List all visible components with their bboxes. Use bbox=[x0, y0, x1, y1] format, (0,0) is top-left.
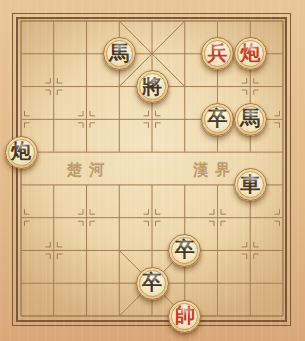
piece-face: 車 bbox=[237, 171, 264, 198]
piece-character: 車 bbox=[240, 174, 260, 194]
piece-black-file1-rank5[interactable]: 炮 bbox=[5, 136, 38, 169]
piece-face: 炮 bbox=[8, 139, 35, 166]
piece-face: 帥 bbox=[171, 303, 198, 330]
piece-character: 馬 bbox=[109, 43, 129, 63]
piece-black-file5-rank3[interactable]: 將 bbox=[136, 70, 169, 103]
piece-black-file6-rank8[interactable]: 卒 bbox=[168, 234, 201, 267]
piece-character: 帥 bbox=[175, 305, 195, 325]
piece-black-file7-rank4[interactable]: 卒 bbox=[201, 103, 234, 136]
river-label-right: 漢界 bbox=[193, 161, 237, 179]
piece-character: 兵 bbox=[208, 43, 228, 63]
piece-character: 卒 bbox=[208, 108, 228, 128]
piece-face: 兵 bbox=[204, 40, 231, 67]
piece-character: 炮 bbox=[11, 141, 31, 161]
xiangqi-board[interactable]: 楚河 漢界 馬兵炮將卒馬炮車卒卒帥 bbox=[0, 0, 305, 341]
river-label-left: 楚河 bbox=[67, 161, 111, 179]
piece-character: 馬 bbox=[240, 108, 260, 128]
piece-face: 將 bbox=[139, 73, 166, 100]
piece-character: 將 bbox=[142, 76, 162, 96]
piece-character: 卒 bbox=[175, 239, 195, 259]
piece-character: 炮 bbox=[240, 43, 260, 63]
piece-red-file8-rank2[interactable]: 炮 bbox=[234, 37, 267, 70]
piece-face: 卒 bbox=[171, 237, 198, 264]
piece-black-file4-rank2[interactable]: 馬 bbox=[103, 37, 136, 70]
piece-black-file5-rank9[interactable]: 卒 bbox=[136, 267, 169, 300]
piece-red-file6-rank10[interactable]: 帥 bbox=[168, 300, 201, 333]
piece-face: 卒 bbox=[204, 106, 231, 133]
piece-face: 馬 bbox=[237, 106, 264, 133]
piece-face: 炮 bbox=[237, 40, 264, 67]
piece-face: 卒 bbox=[139, 270, 166, 297]
piece-character: 卒 bbox=[142, 272, 162, 292]
piece-black-file8-rank4[interactable]: 馬 bbox=[234, 103, 267, 136]
piece-face: 馬 bbox=[106, 40, 133, 67]
piece-black-file8-rank6[interactable]: 車 bbox=[234, 168, 267, 201]
